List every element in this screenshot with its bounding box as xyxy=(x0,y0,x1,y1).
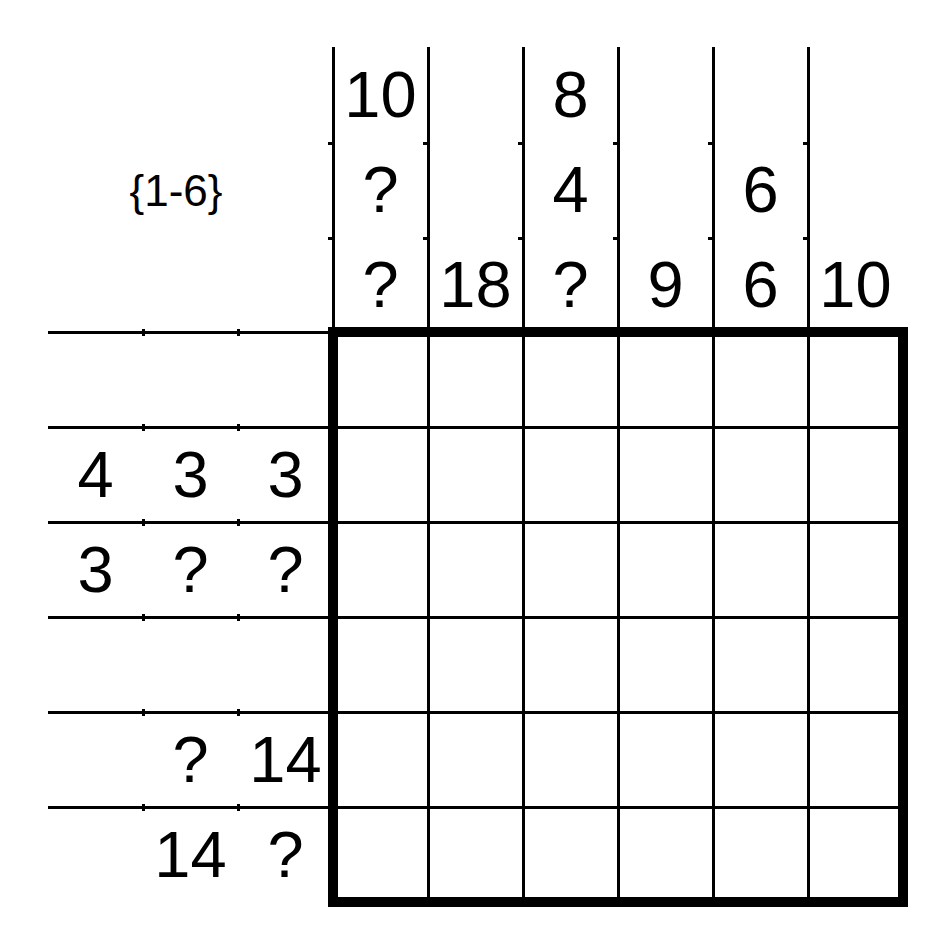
grid-cell[interactable] xyxy=(431,337,524,430)
column-clue: 18 xyxy=(428,237,523,332)
grid-cell[interactable] xyxy=(525,617,618,710)
grid-cell[interactable] xyxy=(805,617,898,710)
row-clue: ? xyxy=(238,522,333,617)
grid-cell[interactable] xyxy=(431,710,524,803)
grid-cell[interactable] xyxy=(338,337,431,430)
column-clue: 10 xyxy=(333,47,428,142)
row-clue: 4 xyxy=(48,427,143,522)
grid-cell[interactable] xyxy=(525,804,618,897)
column-clue: 9 xyxy=(618,237,713,332)
grid-cell[interactable] xyxy=(338,617,431,710)
row-clue: ? xyxy=(238,807,333,902)
column-clue: 6 xyxy=(713,237,808,332)
grid-cell[interactable] xyxy=(431,617,524,710)
column-clue: ? xyxy=(523,237,618,332)
grid-cell[interactable] xyxy=(711,804,804,897)
grid-cell[interactable] xyxy=(525,430,618,523)
grid-cell[interactable] xyxy=(338,430,431,523)
grid-cell[interactable] xyxy=(618,524,711,617)
column-clue: ? xyxy=(333,237,428,332)
column-clue: 8 xyxy=(523,47,618,142)
japanese-sums-board: {1-6} 10 ? ? 18 8 4 ? 9 6 6 xyxy=(0,0,950,950)
row-clue: ? xyxy=(143,522,238,617)
grid-cell[interactable] xyxy=(805,430,898,523)
column-clue: ? xyxy=(333,142,428,237)
grid-cell[interactable] xyxy=(711,617,804,710)
grid-cell[interactable] xyxy=(711,524,804,617)
grid-cell[interactable] xyxy=(711,710,804,803)
column-clue: 4 xyxy=(523,142,618,237)
grid-cell[interactable] xyxy=(431,524,524,617)
grid-cell[interactable] xyxy=(618,804,711,897)
grid-cell[interactable] xyxy=(618,617,711,710)
grid-cell[interactable] xyxy=(525,524,618,617)
grid-cell[interactable] xyxy=(711,430,804,523)
grid-cell[interactable] xyxy=(338,804,431,897)
grid-cell[interactable] xyxy=(805,804,898,897)
grid-cell[interactable] xyxy=(525,710,618,803)
row-clue: ? xyxy=(143,712,238,807)
puzzle-grid xyxy=(338,337,898,897)
grid-cell[interactable] xyxy=(525,337,618,430)
column-clue: 10 xyxy=(808,237,903,332)
row-clue: 14 xyxy=(238,712,333,807)
grid-cell[interactable] xyxy=(805,524,898,617)
digit-range-label: {1-6} xyxy=(48,143,304,238)
left-clues: 4 3 3 3 ? ? ? 14 14 ? xyxy=(48,332,333,902)
row-clue: 3 xyxy=(48,522,143,617)
top-clues: 10 ? ? 18 8 4 ? 9 6 6 10 xyxy=(333,47,903,332)
grid-cell[interactable] xyxy=(805,337,898,430)
row-clue: 3 xyxy=(238,427,333,522)
row-clue: 3 xyxy=(143,427,238,522)
grid-cell[interactable] xyxy=(338,710,431,803)
grid-cell[interactable] xyxy=(805,710,898,803)
grid-cell[interactable] xyxy=(618,710,711,803)
grid-cell[interactable] xyxy=(431,804,524,897)
grid-cell[interactable] xyxy=(618,337,711,430)
column-clue: 6 xyxy=(713,142,808,237)
grid-cell[interactable] xyxy=(618,430,711,523)
grid-cell[interactable] xyxy=(431,430,524,523)
grid-cell[interactable] xyxy=(711,337,804,430)
grid-cell[interactable] xyxy=(338,524,431,617)
row-clue: 14 xyxy=(143,807,238,902)
